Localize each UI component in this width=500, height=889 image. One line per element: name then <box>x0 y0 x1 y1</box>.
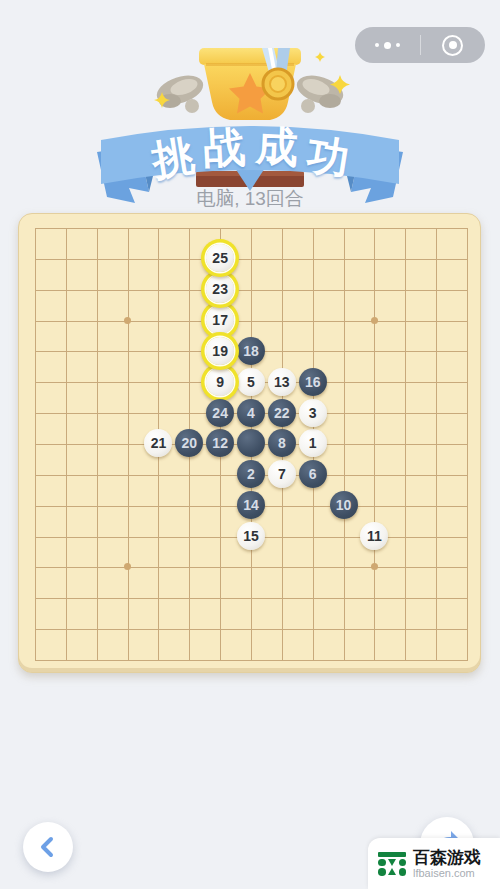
left-wing-icon <box>153 70 207 113</box>
wechat-capsule <box>355 27 485 63</box>
watermark-title: 百森游戏 <box>413 848 481 868</box>
black-stone-14: 14 <box>237 491 265 519</box>
miniprogram-result-screen: 挑战成功 电脑, 13回合 12345678910111213141516171… <box>0 0 500 889</box>
black-stone-24: 24 <box>206 399 234 427</box>
opponent-rounds-label: 电脑, 13回合 <box>0 186 500 212</box>
right-wing-icon <box>293 70 347 113</box>
close-miniprogram-button[interactable] <box>421 27 486 63</box>
chevron-left-icon <box>32 831 64 863</box>
sparkle-icon <box>315 52 325 62</box>
site-watermark: 百森游戏 lfbaisen.com <box>368 838 500 889</box>
white-stone-3: 3 <box>299 399 327 427</box>
white-stone-17: 17 <box>206 306 234 334</box>
black-stone-10: 10 <box>330 491 358 519</box>
more-options-button[interactable] <box>355 27 420 63</box>
white-stone-9: 9 <box>206 368 234 396</box>
watermark-domain: lfbaisen.com <box>413 867 481 879</box>
black-stone-4: 4 <box>237 399 265 427</box>
board-panel: 1234567891011121314151617181920212223242… <box>18 213 481 673</box>
black-stone-6: 6 <box>299 460 327 488</box>
more-dots-icon <box>375 42 400 49</box>
trophy-icon <box>150 40 350 132</box>
white-stone-7: 7 <box>268 460 296 488</box>
white-stone-19: 19 <box>206 337 234 365</box>
medal-icon <box>262 48 293 99</box>
white-stone-15: 15 <box>237 522 265 550</box>
star-point <box>371 317 378 324</box>
white-stone-5: 5 <box>237 368 265 396</box>
white-stone-13: 13 <box>268 368 296 396</box>
star-point <box>124 317 131 324</box>
close-target-icon <box>442 35 463 56</box>
black-stone-22: 22 <box>268 399 296 427</box>
black-stone-16: 16 <box>299 368 327 396</box>
white-stone-1: 1 <box>299 429 327 457</box>
black-stone-18: 18 <box>237 337 265 365</box>
watermark-logo-icon <box>378 852 406 876</box>
back-button[interactable] <box>23 822 73 872</box>
trophy-graphic <box>150 40 350 132</box>
